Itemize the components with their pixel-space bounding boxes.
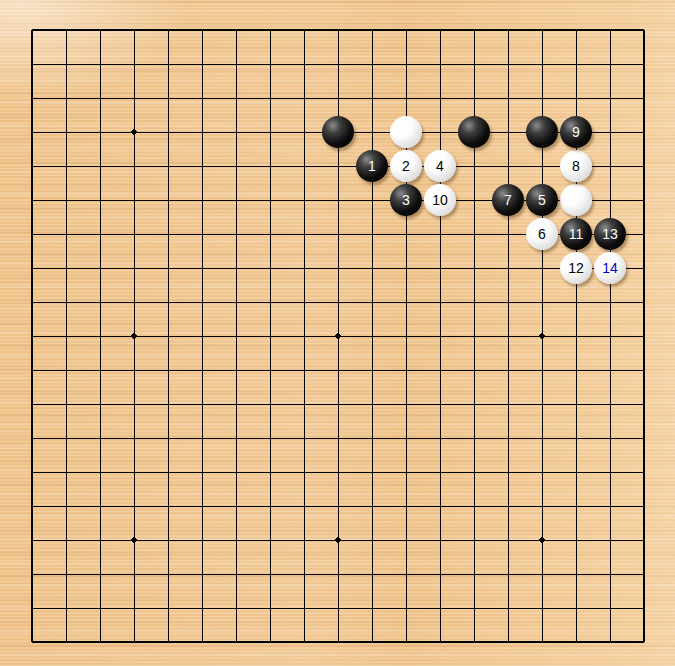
- stone-white-N14[interactable]: 10: [424, 184, 456, 216]
- move-number: 11: [569, 227, 584, 241]
- move-number: 3: [402, 193, 410, 207]
- move-number: 4: [436, 159, 444, 173]
- star-point: [539, 537, 544, 542]
- stone-white-M16[interactable]: [390, 116, 422, 148]
- move-number: 10: [432, 193, 448, 207]
- stone-black-M14[interactable]: 3: [390, 184, 422, 216]
- stone-black-K16[interactable]: [322, 116, 354, 148]
- stone-black-Q14[interactable]: 5: [526, 184, 558, 216]
- move-number: 14: [602, 261, 618, 275]
- star-point: [335, 537, 340, 542]
- stone-black-S13[interactable]: 13: [594, 218, 626, 250]
- star-point: [335, 333, 340, 338]
- move-number: 6: [538, 227, 546, 241]
- star-point: [131, 537, 136, 542]
- move-number: 13: [602, 227, 618, 241]
- move-number: 9: [572, 125, 580, 139]
- stone-black-R16[interactable]: 9: [560, 116, 592, 148]
- stone-white-R14[interactable]: [560, 184, 592, 216]
- star-point: [131, 129, 136, 134]
- stone-white-S12[interactable]: 14: [594, 252, 626, 284]
- stone-black-L15[interactable]: 1: [356, 150, 388, 182]
- move-number: 1: [368, 159, 376, 173]
- move-number: 5: [538, 193, 546, 207]
- stone-white-R15[interactable]: 8: [560, 150, 592, 182]
- board-grid: [0, 0, 675, 666]
- go-board[interactable]: 1234567891011121314: [0, 0, 675, 666]
- move-number: 7: [504, 193, 512, 207]
- move-number: 8: [572, 159, 580, 173]
- star-point: [539, 333, 544, 338]
- star-point: [131, 333, 136, 338]
- stone-black-P14[interactable]: 7: [492, 184, 524, 216]
- move-number: 12: [568, 261, 584, 275]
- stone-white-N15[interactable]: 4: [424, 150, 456, 182]
- stone-white-R12[interactable]: 12: [560, 252, 592, 284]
- stone-black-Q16[interactable]: [526, 116, 558, 148]
- move-number: 2: [402, 159, 410, 173]
- stone-white-M15[interactable]: 2: [390, 150, 422, 182]
- stone-black-R13[interactable]: 11: [560, 218, 592, 250]
- stone-white-Q13[interactable]: 6: [526, 218, 558, 250]
- stone-black-O16[interactable]: [458, 116, 490, 148]
